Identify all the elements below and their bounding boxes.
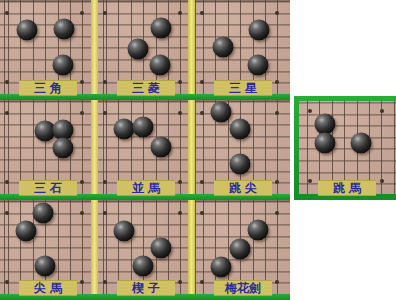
black-stone — [150, 55, 171, 76]
star-point-dot — [5, 11, 9, 15]
black-stone — [114, 119, 135, 140]
black-stone — [16, 221, 37, 242]
black-stone — [54, 19, 75, 40]
black-stone — [151, 18, 172, 39]
star-point-dot — [80, 280, 84, 284]
black-stone — [53, 138, 74, 159]
shape-panel-tiaojian: 跳 尖 — [195, 100, 290, 194]
shape-label-bingma: 並 馬 — [117, 180, 175, 196]
star-point-dot — [275, 211, 279, 215]
star-point-dot — [5, 80, 9, 84]
black-stone — [249, 20, 270, 41]
black-stone — [128, 39, 149, 60]
black-stone — [211, 257, 232, 278]
black-stone — [35, 256, 56, 277]
star-point-dot — [380, 109, 384, 113]
divider-yellow-strip — [91, 200, 98, 294]
shape-panel-meihuajian: 梅花劍 — [195, 200, 290, 294]
divider-yellow-strip — [188, 0, 195, 94]
star-point-dot — [200, 11, 204, 15]
star-point-dot — [178, 180, 182, 184]
star-point-dot — [178, 11, 182, 15]
shape-label-sanxing: 三 星 — [214, 80, 272, 96]
star-point-dot — [80, 180, 84, 184]
star-point-dot — [200, 80, 204, 84]
star-point-dot — [5, 180, 9, 184]
star-point-dot — [80, 211, 84, 215]
star-point-dot — [275, 280, 279, 284]
shape-label-sanshi: 三 石 — [19, 180, 77, 196]
black-stone — [315, 114, 336, 135]
star-point-dot — [308, 179, 312, 183]
shape-label-tiaoma: 跳 馬 — [318, 180, 376, 196]
shape-panel-tiaoma: 跳 馬 — [299, 101, 396, 194]
black-stone — [211, 102, 232, 123]
black-stone — [17, 20, 38, 41]
star-point-dot — [178, 280, 182, 284]
star-point-dot — [275, 111, 279, 115]
star-point-dot — [178, 111, 182, 115]
shape-label-sanjiao: 三 角 — [19, 80, 77, 96]
black-stone — [151, 137, 172, 158]
star-point-dot — [380, 179, 384, 183]
divider-yellow-strip — [188, 100, 195, 194]
shape-panel-bingma: 並 馬 — [98, 100, 188, 194]
star-point-dot — [103, 111, 107, 115]
star-point-dot — [178, 211, 182, 215]
shape-panel-sanjiao: 三 角 — [0, 0, 91, 94]
shape-label-jianma: 尖 馬 — [19, 280, 77, 296]
star-point-dot — [178, 80, 182, 84]
black-stone — [248, 55, 269, 76]
shape-label-tiaojian: 跳 尖 — [214, 180, 272, 196]
divider-yellow-strip — [188, 200, 195, 294]
star-point-dot — [275, 180, 279, 184]
star-point-dot — [80, 80, 84, 84]
star-point-dot — [5, 111, 9, 115]
star-point-dot — [275, 11, 279, 15]
shape-label-meihuajian: 梅花劍 — [214, 280, 272, 296]
divider-yellow-strip — [91, 0, 98, 94]
star-point-dot — [308, 109, 312, 113]
divider-yellow-strip — [91, 100, 98, 194]
star-point-dot — [103, 211, 107, 215]
star-point-dot — [5, 280, 9, 284]
star-point-dot — [103, 180, 107, 184]
black-stone — [114, 221, 135, 242]
shape-label-xiezi: 楔 子 — [117, 280, 175, 296]
black-stone — [213, 37, 234, 58]
star-point-dot — [103, 280, 107, 284]
shape-panel-xiezi: 楔 子 — [98, 200, 188, 294]
shape-panel-sanling: 三 菱 — [98, 0, 188, 94]
black-stone — [248, 220, 269, 241]
shape-label-sanling: 三 菱 — [117, 80, 175, 96]
star-point-dot — [5, 211, 9, 215]
shape-glossary-diagram: 三 角三 菱三 星三 石並 馬跳 尖跳 馬尖 馬楔 子梅花劍 — [0, 0, 396, 300]
star-point-dot — [200, 280, 204, 284]
black-stone — [230, 119, 251, 140]
black-stone — [53, 55, 74, 76]
star-point-dot — [103, 80, 107, 84]
black-stone — [315, 133, 336, 154]
black-stone — [133, 256, 154, 277]
star-point-dot — [80, 111, 84, 115]
star-point-dot — [200, 111, 204, 115]
star-point-dot — [80, 11, 84, 15]
black-stone — [133, 117, 154, 138]
black-stone — [230, 154, 251, 175]
shape-panel-sanxing: 三 星 — [195, 0, 290, 94]
black-stone — [230, 239, 251, 260]
shape-panel-sanshi: 三 石 — [0, 100, 91, 194]
star-point-dot — [103, 11, 107, 15]
black-stone — [151, 238, 172, 259]
shape-panel-jianma: 尖 馬 — [0, 200, 91, 294]
black-stone — [33, 203, 54, 224]
star-point-dot — [275, 80, 279, 84]
star-point-dot — [200, 180, 204, 184]
black-stone — [351, 133, 372, 154]
star-point-dot — [200, 211, 204, 215]
